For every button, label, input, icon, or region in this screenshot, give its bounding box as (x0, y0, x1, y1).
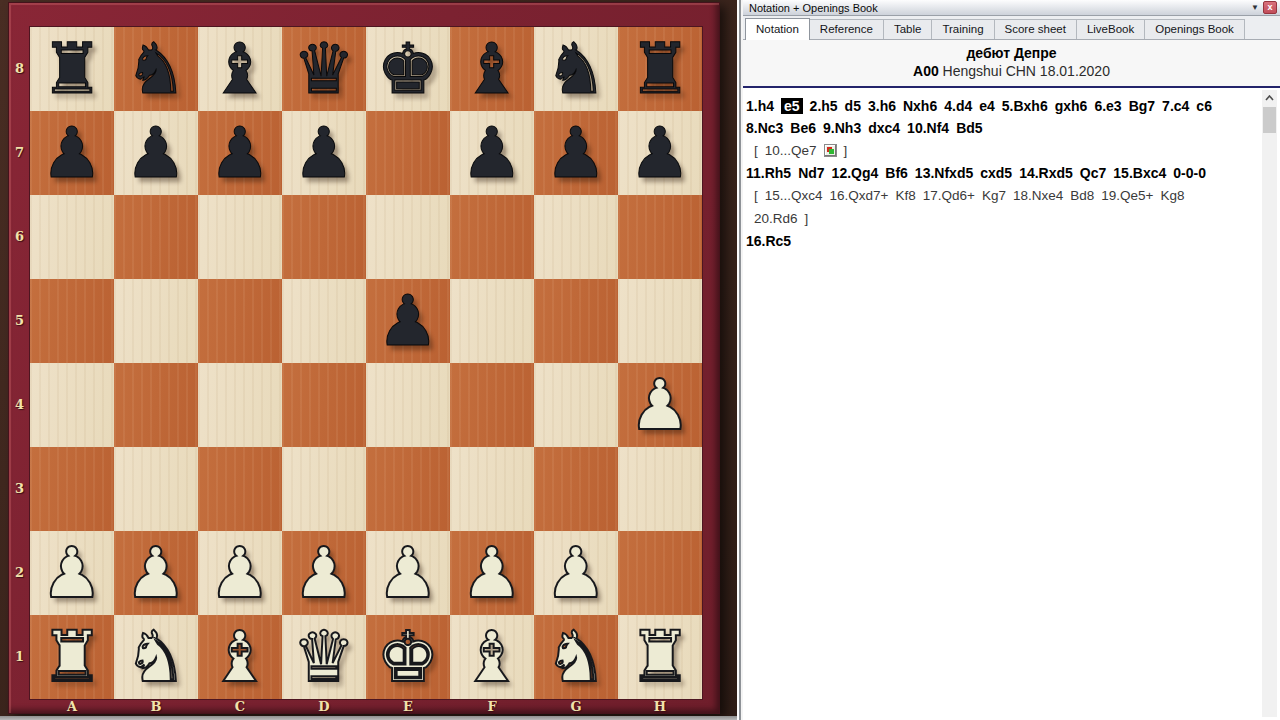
move-token[interactable]: Bd8 (1070, 188, 1094, 203)
file-label: A (30, 699, 114, 715)
rank-label: 2 (9, 531, 30, 615)
square-b1[interactable]: ♞ (114, 615, 198, 699)
move-token[interactable]: e4 (979, 98, 995, 114)
square-b4[interactable] (114, 363, 198, 447)
square-e7[interactable] (366, 111, 450, 195)
square-g5[interactable] (534, 279, 618, 363)
notation-line: 16.Rc5 (746, 230, 1258, 252)
square-d1[interactable]: ♛ (282, 615, 366, 699)
move-token[interactable]: Bg7 (1129, 98, 1155, 114)
piece-black-pawn[interactable]: ♟ (30, 111, 114, 195)
move-token[interactable]: 18.Nxe4 (1013, 188, 1063, 203)
rank-labels: 87654321 (9, 27, 30, 699)
rank-label: 5 (9, 279, 30, 363)
square-c1[interactable]: ♝ (198, 615, 282, 699)
game-info: A00 Hengshui CHN 18.01.2020 (743, 63, 1280, 79)
move-token[interactable]: 20.Rd6 (754, 211, 798, 226)
move-token[interactable]: 12.Qg4 (832, 165, 879, 181)
rank-label: 8 (9, 27, 30, 111)
piece-white-pawn[interactable]: ♟ (282, 531, 366, 615)
square-e6[interactable] (366, 195, 450, 279)
square-c3[interactable] (198, 447, 282, 531)
scrollbar[interactable] (1262, 90, 1277, 717)
square-c7[interactable]: ♟ (198, 111, 282, 195)
piece-white-knight[interactable]: ♞ (114, 615, 198, 699)
move-token[interactable]: 0-0-0 (1173, 165, 1206, 181)
board-panel: 87654321 ♜♞♝♛♚♝♞♜♟♟♟♟♟♟♟♟♟♟♟♟♟♟♟♟♜♞♝♛♚♝♞… (0, 0, 737, 720)
square-e2[interactable]: ♟ (366, 531, 450, 615)
square-g1[interactable]: ♞ (534, 615, 618, 699)
piece-white-knight[interactable]: ♞ (534, 615, 618, 699)
square-f5[interactable] (450, 279, 534, 363)
square-a3[interactable] (30, 447, 114, 531)
square-b6[interactable] (114, 195, 198, 279)
piece-black-pawn[interactable]: ♟ (366, 279, 450, 363)
move-token[interactable]: 10.Nf4 (907, 120, 949, 136)
square-d5[interactable] (282, 279, 366, 363)
piece-black-pawn[interactable]: ♟ (198, 111, 282, 195)
move-token[interactable]: 13.Nfxd5 (915, 165, 973, 181)
piece-white-pawn[interactable]: ♟ (618, 363, 702, 447)
move-token[interactable]: Be6 (790, 120, 816, 136)
move-token[interactable]: Kg7 (982, 188, 1006, 203)
square-h5[interactable] (618, 279, 702, 363)
tab-livebook[interactable]: LiveBook (1076, 19, 1145, 39)
tab-bar: NotationReferenceTableTrainingScore shee… (743, 16, 1280, 40)
pane-menu-arrow-icon[interactable]: ▼ (1247, 3, 1263, 12)
piece-white-pawn[interactable]: ♟ (114, 531, 198, 615)
pane-titlebar[interactable]: Notation + Openings Book ▼ x (743, 0, 1280, 16)
square-h6[interactable] (618, 195, 702, 279)
move-token[interactable]: Bf6 (885, 165, 908, 181)
move-token[interactable]: 5.Bxh6 (1002, 98, 1048, 114)
tab-openings-book[interactable]: Openings Book (1144, 19, 1245, 39)
square-a5[interactable] (30, 279, 114, 363)
piece-black-pawn[interactable]: ♟ (618, 111, 702, 195)
eco-code: A00 (913, 63, 939, 79)
notation-line: [10...Qe7] (746, 139, 1258, 162)
square-b8[interactable]: ♞ (114, 27, 198, 111)
square-f2[interactable]: ♟ (450, 531, 534, 615)
rank-label: 1 (9, 615, 30, 699)
event-info: Hengshui CHN 18.01.2020 (943, 63, 1110, 79)
piece-white-bishop[interactable]: ♝ (198, 615, 282, 699)
move-token[interactable]: 16.Rc5 (746, 233, 791, 249)
square-h8[interactable]: ♜ (618, 27, 702, 111)
move-token[interactable]: 7.c4 (1162, 98, 1189, 114)
notation-line: 11.Rh5Nd712.Qg4Bf613.Nfxd5cxd514.Rxd5Qc7… (746, 162, 1258, 184)
file-label: G (534, 699, 618, 715)
square-a6[interactable] (30, 195, 114, 279)
board-grid[interactable]: ♜♞♝♛♚♝♞♜♟♟♟♟♟♟♟♟♟♟♟♟♟♟♟♟♜♞♝♛♚♝♞♜ (30, 27, 702, 699)
square-c2[interactable]: ♟ (198, 531, 282, 615)
piece-white-rook[interactable]: ♜ (30, 615, 114, 699)
move-token[interactable]: 16.Qxd7+ (830, 188, 889, 203)
notation-line: [15...Qxc416.Qxd7+Kf817.Qd6+Kg718.Nxe4Bd… (746, 184, 1258, 207)
piece-black-pawn[interactable]: ♟ (450, 111, 534, 195)
square-f8[interactable]: ♝ (450, 27, 534, 111)
piece-black-queen[interactable]: ♛ (282, 27, 366, 111)
square-e8[interactable]: ♚ (366, 27, 450, 111)
square-a2[interactable]: ♟ (30, 531, 114, 615)
tab-notation[interactable]: Notation (745, 18, 810, 40)
tab-table[interactable]: Table (883, 19, 933, 39)
opening-name: дебют Депре (743, 45, 1280, 61)
move-token[interactable]: 19.Qe5+ (1101, 188, 1153, 203)
move-token[interactable]: [ (754, 188, 758, 203)
file-label: F (450, 699, 534, 715)
notation-line: 8.Nc3Be69.Nh3dxc410.Nf4Bd5 (746, 117, 1258, 139)
piece-white-rook[interactable]: ♜ (618, 615, 702, 699)
move-token[interactable]: Kg8 (1160, 188, 1184, 203)
move-token[interactable]: 15...Qxc4 (765, 188, 823, 203)
square-h3[interactable] (618, 447, 702, 531)
square-g8[interactable]: ♞ (534, 27, 618, 111)
piece-black-bishop[interactable]: ♝ (450, 27, 534, 111)
tab-score-sheet[interactable]: Score sheet (994, 19, 1077, 39)
square-b2[interactable]: ♟ (114, 531, 198, 615)
game-header: дебют Депре A00 Hengshui CHN 18.01.2020 (743, 40, 1280, 88)
move-token[interactable]: Kf8 (895, 188, 915, 203)
square-a8[interactable]: ♜ (30, 27, 114, 111)
move-token[interactable]: 9.Nh3 (823, 120, 861, 136)
square-e3[interactable] (366, 447, 450, 531)
notation-line: 1.h4e52.h5d53.h6Nxh64.d4e45.Bxh6gxh66.e3… (746, 95, 1258, 117)
move-token[interactable]: ] (805, 211, 809, 226)
square-h2[interactable] (618, 531, 702, 615)
move-token[interactable]: 4.d4 (944, 98, 972, 114)
piece-white-pawn[interactable]: ♟ (450, 531, 534, 615)
move-token[interactable]: d5 (845, 98, 861, 114)
piece-white-pawn[interactable]: ♟ (534, 531, 618, 615)
piece-black-king[interactable]: ♚ (366, 27, 450, 111)
move-token[interactable]: [ (754, 143, 758, 158)
square-c8[interactable]: ♝ (198, 27, 282, 111)
piece-white-queen[interactable]: ♛ (282, 615, 366, 699)
scrollbar-thumb[interactable] (1263, 107, 1276, 133)
square-h7[interactable]: ♟ (618, 111, 702, 195)
piece-black-rook[interactable]: ♜ (618, 27, 702, 111)
move-token[interactable]: 3.h6 (868, 98, 896, 114)
board-frame: 87654321 ♜♞♝♛♚♝♞♜♟♟♟♟♟♟♟♟♟♟♟♟♟♟♟♟♜♞♝♛♚♝♞… (8, 2, 720, 714)
piece-white-king[interactable]: ♚ (366, 615, 450, 699)
move-token[interactable]: c6 (1196, 98, 1212, 114)
square-f1[interactable]: ♝ (450, 615, 534, 699)
move-token[interactable]: ] (844, 143, 848, 158)
piece-white-pawn[interactable]: ♟ (198, 531, 282, 615)
square-d3[interactable] (282, 447, 366, 531)
move-token[interactable]: Nd7 (798, 165, 824, 181)
file-labels: ABCDEFGH (30, 699, 702, 715)
square-e1[interactable]: ♚ (366, 615, 450, 699)
square-b5[interactable] (114, 279, 198, 363)
move-token[interactable]: e5 (781, 98, 803, 114)
square-f4[interactable] (450, 363, 534, 447)
square-h4[interactable]: ♟ (618, 363, 702, 447)
square-d2[interactable]: ♟ (282, 531, 366, 615)
square-b7[interactable]: ♟ (114, 111, 198, 195)
piece-black-pawn[interactable]: ♟ (114, 111, 198, 195)
square-a7[interactable]: ♟ (30, 111, 114, 195)
move-token[interactable]: dxc4 (868, 120, 900, 136)
move-token[interactable]: 17.Qd6+ (923, 188, 975, 203)
piece-black-pawn[interactable]: ♟ (282, 111, 366, 195)
move-token[interactable]: Bd5 (956, 120, 982, 136)
square-h1[interactable]: ♜ (618, 615, 702, 699)
file-label: D (282, 699, 366, 715)
piece-black-knight[interactable]: ♞ (534, 27, 618, 111)
square-d8[interactable]: ♛ (282, 27, 366, 111)
close-icon[interactable]: x (1263, 1, 1277, 14)
square-e4[interactable] (366, 363, 450, 447)
piece-black-rook[interactable]: ♜ (30, 27, 114, 111)
file-label: B (114, 699, 198, 715)
square-g2[interactable]: ♟ (534, 531, 618, 615)
rank-label: 7 (9, 111, 30, 195)
piece-black-knight[interactable]: ♞ (114, 27, 198, 111)
tab-training[interactable]: Training (931, 19, 994, 39)
piece-white-pawn[interactable]: ♟ (366, 531, 450, 615)
file-label: C (198, 699, 282, 715)
move-token[interactable]: 2.h5 (810, 98, 838, 114)
diagram-icon[interactable] (824, 144, 837, 157)
piece-black-bishop[interactable]: ♝ (198, 27, 282, 111)
square-g4[interactable] (534, 363, 618, 447)
move-token[interactable]: Nxh6 (903, 98, 937, 114)
tab-reference[interactable]: Reference (809, 19, 884, 39)
square-c5[interactable] (198, 279, 282, 363)
file-label: E (366, 699, 450, 715)
square-d4[interactable] (282, 363, 366, 447)
move-token[interactable]: cxd5 (980, 165, 1012, 181)
notation-line: 20.Rd6] (746, 207, 1258, 230)
move-token[interactable]: Qc7 (1080, 165, 1106, 181)
rank-label: 4 (9, 363, 30, 447)
rank-label: 6 (9, 195, 30, 279)
rank-label: 3 (9, 447, 30, 531)
move-token[interactable]: gxh6 (1055, 98, 1088, 114)
square-f6[interactable] (450, 195, 534, 279)
move-token[interactable]: 1.h4 (746, 98, 774, 114)
notation-moves: 1.h4e52.h5d53.h6Nxh64.d4e45.Bxh6gxh66.e3… (743, 90, 1280, 720)
scroll-up-icon[interactable] (1262, 90, 1277, 105)
square-a1[interactable]: ♜ (30, 615, 114, 699)
square-f3[interactable] (450, 447, 534, 531)
square-d7[interactable]: ♟ (282, 111, 366, 195)
file-label: H (618, 699, 702, 715)
square-c6[interactable] (198, 195, 282, 279)
notation-panel: Notation + Openings Book ▼ x NotationRef… (743, 0, 1280, 720)
status-strip (0, 716, 737, 720)
square-g7[interactable]: ♟ (534, 111, 618, 195)
move-token[interactable]: 6.e3 (1094, 98, 1121, 114)
square-c4[interactable] (198, 363, 282, 447)
move-token[interactable]: 14.Rxd5 (1019, 165, 1073, 181)
square-a4[interactable] (30, 363, 114, 447)
piece-white-bishop[interactable]: ♝ (450, 615, 534, 699)
pane-title: Notation + Openings Book (743, 2, 1247, 14)
square-d6[interactable] (282, 195, 366, 279)
square-b3[interactable] (114, 447, 198, 531)
square-e5[interactable]: ♟ (366, 279, 450, 363)
move-token[interactable]: 10...Qe7 (765, 143, 817, 158)
square-g3[interactable] (534, 447, 618, 531)
piece-white-pawn[interactable]: ♟ (30, 531, 114, 615)
piece-black-pawn[interactable]: ♟ (534, 111, 618, 195)
move-token[interactable]: 8.Nc3 (746, 120, 783, 136)
square-f7[interactable]: ♟ (450, 111, 534, 195)
square-g6[interactable] (534, 195, 618, 279)
move-token[interactable]: 15.Bxc4 (1113, 165, 1166, 181)
move-token[interactable]: 11.Rh5 (746, 165, 791, 181)
